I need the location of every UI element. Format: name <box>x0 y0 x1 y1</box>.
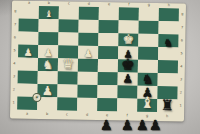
square-e1 <box>97 98 117 111</box>
square-h1: ♜ <box>157 99 177 112</box>
piece-black-knight[interactable]: ♞ <box>158 37 178 48</box>
piece-white-bishop[interactable]: ♝ <box>39 10 59 19</box>
square-c6 <box>58 32 78 45</box>
square-c1 <box>57 97 77 110</box>
coord-label: c <box>57 111 77 119</box>
square-d3 <box>78 72 98 85</box>
piece-white-pawn[interactable]: ♟ <box>38 48 58 58</box>
table-photo: abcdefgh abcdefgh 87654321 87654321 ♝♚♞♟… <box>0 0 200 134</box>
piece-white-pawn[interactable]: ♟ <box>78 49 98 59</box>
square-g7 <box>138 21 158 34</box>
coord-label: g <box>137 113 157 121</box>
coord-label: 5 <box>178 47 185 60</box>
square-b6 <box>38 32 58 45</box>
square-h6: ♞ <box>158 34 178 47</box>
square-a3 <box>18 71 38 84</box>
coord-label: 7 <box>178 21 185 34</box>
coord-label: f <box>117 112 137 120</box>
chess-mat: abcdefgh abcdefgh 87654321 87654321 ♝♚♞♟… <box>10 0 186 121</box>
piece-white-king[interactable]: ♚ <box>118 33 138 46</box>
coord-label: 2 <box>177 86 184 99</box>
square-c7 <box>58 19 78 32</box>
square-d1 <box>77 98 97 111</box>
piece-black-king[interactable]: ♚ <box>118 57 138 72</box>
square-b2: ♟ <box>37 84 57 97</box>
square-a8 <box>19 6 39 19</box>
square-d6 <box>78 33 98 46</box>
square-b8: ♝ <box>39 6 59 19</box>
square-g8 <box>139 8 159 21</box>
square-f8 <box>119 7 139 20</box>
piece-white-pawn[interactable]: ♟ <box>18 48 38 58</box>
square-f3: ♟ <box>118 72 138 85</box>
square-g1: ♝ <box>137 99 157 112</box>
piece-white-pawn[interactable]: ♟ <box>37 84 57 97</box>
square-a5: ♟ <box>18 45 38 58</box>
square-f4: ♚ <box>118 59 138 72</box>
square-g5 <box>138 47 158 60</box>
square-f6: ♚ <box>118 33 138 46</box>
square-a6 <box>18 32 38 45</box>
piece-black-pawn[interactable]: ♟ <box>118 74 138 86</box>
square-h3 <box>158 73 178 86</box>
square-d7 <box>78 20 98 33</box>
square-c4: ♛ <box>58 58 78 71</box>
square-a4 <box>18 58 38 71</box>
piece-white-knight[interactable]: ♞ <box>38 59 58 72</box>
coord-label: 6 <box>178 34 185 47</box>
square-e3 <box>98 72 118 85</box>
file-labels-bottom: abcdefgh <box>17 111 177 122</box>
coord-label: 3 <box>178 73 185 86</box>
square-d4 <box>78 59 98 72</box>
square-e5 <box>98 46 118 59</box>
coord-label: b <box>37 111 57 119</box>
square-d2 <box>77 85 97 98</box>
square-c3 <box>58 71 78 84</box>
square-b7 <box>38 19 58 32</box>
square-e4 <box>98 59 118 72</box>
coord-label: 8 <box>179 8 186 21</box>
square-d8 <box>79 7 99 20</box>
square-h5 <box>158 47 178 60</box>
coord-label: h <box>157 113 177 121</box>
square-h8 <box>159 8 179 21</box>
board-grid: ♝♚♞♟♟♟♟♞♛♚♟♞♟♟♝♜ <box>17 6 179 113</box>
square-a7 <box>19 19 39 32</box>
piece-white-queen[interactable]: ♛ <box>58 58 78 72</box>
square-h4 <box>158 60 178 73</box>
square-g6 <box>138 34 158 47</box>
square-d5: ♟ <box>78 46 98 59</box>
square-e2 <box>97 85 117 98</box>
square-f1 <box>117 98 137 111</box>
square-c8 <box>59 6 79 19</box>
coord-label: 1 <box>177 99 184 112</box>
coord-label: 4 <box>178 60 185 73</box>
piece-black-rook[interactable]: ♜ <box>157 98 177 113</box>
square-b5: ♟ <box>38 45 58 58</box>
square-e7 <box>98 20 118 33</box>
square-e6 <box>98 33 118 46</box>
coord-label: e <box>97 112 117 120</box>
square-e8 <box>99 7 119 20</box>
square-f2 <box>117 85 137 98</box>
coord-label: d <box>77 112 97 120</box>
piece-white-bishop[interactable]: ♝ <box>137 96 157 112</box>
coord-label: a <box>17 111 37 119</box>
square-c2 <box>57 84 77 97</box>
square-h7 <box>158 21 178 34</box>
square-b4: ♞ <box>38 58 58 71</box>
